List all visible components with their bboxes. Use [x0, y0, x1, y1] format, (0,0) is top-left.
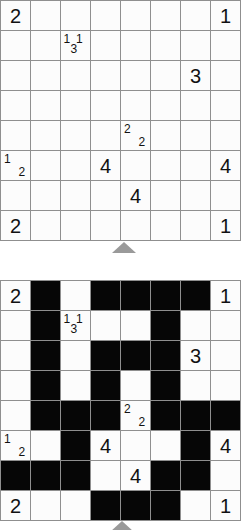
clue-number: 2: [10, 496, 21, 516]
puzzle-cell-r6c7[interactable]: [181, 151, 211, 181]
solution-cell-r3c5: [121, 341, 151, 371]
puzzle-cell-r3c7[interactable]: 3: [181, 61, 211, 91]
clue-number: 4: [220, 156, 231, 176]
puzzle-cell-r1c3[interactable]: [61, 1, 91, 31]
solution-cell-r8c6: [151, 491, 181, 521]
puzzle-cell-r1c6[interactable]: [151, 1, 181, 31]
puzzle-cell-r2c4[interactable]: [91, 31, 121, 61]
tapa-solution-grid: 211133221244421: [0, 280, 241, 521]
clue-number: 4: [100, 156, 111, 176]
puzzle-cell-r7c4[interactable]: [91, 181, 121, 211]
clue-number: 4: [100, 436, 111, 456]
solution-cell-r1c1: 2: [1, 281, 31, 311]
solution-cell-r4c5: [121, 371, 151, 401]
solution-cell-r1c5: [121, 281, 151, 311]
solution-cell-r6c1: 12: [1, 431, 31, 461]
solution-cell-r4c6: [151, 371, 181, 401]
clue-number: 1: [4, 433, 11, 445]
puzzle-cell-r1c4[interactable]: [91, 1, 121, 31]
solution-cell-r4c7: [181, 371, 211, 401]
puzzle-cell-r2c6[interactable]: [151, 31, 181, 61]
puzzle-cell-r1c5[interactable]: [121, 1, 151, 31]
solution-cell-r6c2: [31, 431, 61, 461]
solution-cell-r8c8: 1: [211, 491, 241, 521]
puzzle-cell-r5c3[interactable]: [61, 121, 91, 151]
solution-cell-r4c3: [61, 371, 91, 401]
clue-number: 2: [139, 136, 146, 148]
solution-cell-r6c4: 4: [91, 431, 121, 461]
puzzle-cell-r7c8[interactable]: [211, 181, 241, 211]
solution-cell-r8c3: [61, 491, 91, 521]
puzzle-cell-r7c3[interactable]: [61, 181, 91, 211]
solution-cell-r2c8: [211, 311, 241, 341]
puzzle-cell-r7c2[interactable]: [31, 181, 61, 211]
solution-cell-r1c4: [91, 281, 121, 311]
solution-cell-r5c6: [151, 401, 181, 431]
solution-cell-r3c4: [91, 341, 121, 371]
clue-number: 2: [139, 416, 146, 428]
puzzle-cell-r2c2[interactable]: [31, 31, 61, 61]
clue-number: 1: [63, 313, 70, 325]
puzzle-cell-r5c8[interactable]: [211, 121, 241, 151]
puzzle-cell-r2c5[interactable]: [121, 31, 151, 61]
puzzle-cell-r1c2[interactable]: [31, 1, 61, 31]
puzzle-cell-r8c4[interactable]: [91, 211, 121, 241]
puzzle-cell-r1c8[interactable]: 1: [211, 1, 241, 31]
puzzle-cell-r3c3[interactable]: [61, 61, 91, 91]
solution-cell-r1c6: [151, 281, 181, 311]
clue-number: 3: [70, 323, 77, 335]
puzzle-cell-r6c1[interactable]: 12: [1, 151, 31, 181]
solution-cell-r7c4: [91, 461, 121, 491]
puzzle-cell-r6c8[interactable]: 4: [211, 151, 241, 181]
puzzle-cell-r2c3[interactable]: 113: [61, 31, 91, 61]
solution-cell-r7c7: [181, 461, 211, 491]
puzzle-cell-r8c2[interactable]: [31, 211, 61, 241]
puzzle-cell-r2c1[interactable]: [1, 31, 31, 61]
puzzle-cell-r4c4[interactable]: [91, 91, 121, 121]
solution-cell-r2c3: 113: [61, 311, 91, 341]
puzzle-cell-r4c7[interactable]: [181, 91, 211, 121]
solution-cell-r7c8: [211, 461, 241, 491]
puzzle-cell-r3c8[interactable]: [211, 61, 241, 91]
puzzle-cell-r5c4[interactable]: [91, 121, 121, 151]
solution-cell-r7c6: [151, 461, 181, 491]
solution-cell-r8c1: 2: [1, 491, 31, 521]
puzzle-cell-r8c3[interactable]: [61, 211, 91, 241]
puzzle-cell-r6c3[interactable]: [61, 151, 91, 181]
puzzle-cell-r1c1[interactable]: 2: [1, 1, 31, 31]
clue-number: 2: [19, 166, 26, 178]
solution-cell-r7c1: [1, 461, 31, 491]
solution-cell-r3c3: [61, 341, 91, 371]
clue-number: 1: [4, 153, 11, 165]
puzzle-cell-r3c1[interactable]: [1, 61, 31, 91]
solution-cell-r2c4: [91, 311, 121, 341]
solution-cell-r2c1: [1, 311, 31, 341]
solution-cell-r8c5: [121, 491, 151, 521]
clue-number: 2: [10, 216, 21, 236]
solution-cell-r6c5: [121, 431, 151, 461]
puzzle-cell-r6c6[interactable]: [151, 151, 181, 181]
puzzle-cell-r8c5[interactable]: [121, 211, 151, 241]
puzzle-cell-r5c6[interactable]: [151, 121, 181, 151]
puzzle-cell-r7c5[interactable]: 4: [121, 181, 151, 211]
clue-number: 2: [19, 446, 26, 458]
puzzle-cell-r8c1[interactable]: 2: [1, 211, 31, 241]
solution-cell-r3c2: [31, 341, 61, 371]
solution-cell-r5c4: [91, 401, 121, 431]
solution-cell-r6c8: 4: [211, 431, 241, 461]
solution-cell-r5c8: [211, 401, 241, 431]
solution-cell-r8c2: [31, 491, 61, 521]
clue-number: 3: [190, 346, 201, 366]
solution-cell-r3c6: [151, 341, 181, 371]
solution-cell-r6c3: [61, 431, 91, 461]
solution-cell-r8c4: [91, 491, 121, 521]
puzzle-cell-r3c2[interactable]: [31, 61, 61, 91]
puzzle-cell-r7c7[interactable]: [181, 181, 211, 211]
solution-cell-r2c5: [121, 311, 151, 341]
solution-cell-r1c2: [31, 281, 61, 311]
solution-cell-r2c2: [31, 311, 61, 341]
solution-cell-r3c8: [211, 341, 241, 371]
clue-number: 1: [63, 33, 70, 45]
solution-cell-r7c3: [61, 461, 91, 491]
clue-number: 3: [190, 66, 201, 86]
clue-number: 1: [220, 216, 231, 236]
puzzle-cell-r6c4[interactable]: 4: [91, 151, 121, 181]
puzzle-cell-r5c2[interactable]: [31, 121, 61, 151]
clue-number: 1: [220, 286, 231, 306]
solution-cell-r5c2: [31, 401, 61, 431]
solution-cell-r3c7: 3: [181, 341, 211, 371]
solution-cell-r4c1: [1, 371, 31, 401]
clue-number: 4: [220, 436, 231, 456]
puzzle-cell-r4c6[interactable]: [151, 91, 181, 121]
solution-cell-r8c7: [181, 491, 211, 521]
clue-number: 2: [10, 286, 21, 306]
puzzle-cell-r4c1[interactable]: [1, 91, 31, 121]
puzzle-cell-r5c7[interactable]: [181, 121, 211, 151]
puzzle-cell-r7c6[interactable]: [151, 181, 181, 211]
solution-cell-r4c8: [211, 371, 241, 401]
puzzle-cell-r1c7[interactable]: [181, 1, 211, 31]
solution-cell-r5c1: [1, 401, 31, 431]
puzzle-cell-r2c7[interactable]: [181, 31, 211, 61]
solution-cell-r5c3: [61, 401, 91, 431]
solution-cell-r5c7: [181, 401, 211, 431]
puzzle-cell-r6c2[interactable]: [31, 151, 61, 181]
tapa-puzzle-grid: 211133221244421: [0, 0, 241, 241]
puzzle-cell-r4c3[interactable]: [61, 91, 91, 121]
puzzle-cell-r7c1[interactable]: [1, 181, 31, 211]
solution-cell-r5c5: 22: [121, 401, 151, 431]
puzzle-cell-r8c7[interactable]: [181, 211, 211, 241]
clue-number: 1: [220, 6, 231, 26]
solution-cell-r6c7: [181, 431, 211, 461]
clue-number: 1: [220, 496, 231, 516]
solution-cell-r6c6: [151, 431, 181, 461]
solution-cell-r1c8: 1: [211, 281, 241, 311]
solution-cell-r3c1: [1, 341, 31, 371]
clue-number: 2: [124, 123, 131, 135]
puzzle-cell-r8c6[interactable]: [151, 211, 181, 241]
puzzle-cell-r8c8[interactable]: 1: [211, 211, 241, 241]
solution-cell-r1c3: [61, 281, 91, 311]
solution-cell-r7c5: 4: [121, 461, 151, 491]
puzzle-cell-r3c6[interactable]: [151, 61, 181, 91]
puzzle-cell-r3c5[interactable]: [121, 61, 151, 91]
puzzle-cell-r4c2[interactable]: [31, 91, 61, 121]
solution-cell-r4c4: [91, 371, 121, 401]
puzzle-cell-r5c1[interactable]: [1, 121, 31, 151]
solution-cell-r7c2: [31, 461, 61, 491]
solution-cell-r2c7: [181, 311, 211, 341]
solution-cell-r2c6: [151, 311, 181, 341]
puzzle-cell-r6c5[interactable]: [121, 151, 151, 181]
puzzle-cell-r5c5[interactable]: 22: [121, 121, 151, 151]
clue-number: 2: [124, 403, 131, 415]
puzzle-cell-r3c4[interactable]: [91, 61, 121, 91]
puzzle-cell-r4c5[interactable]: [121, 91, 151, 121]
clue-number: 4: [130, 186, 141, 206]
solution-cell-r4c2: [31, 371, 61, 401]
triangle-up-icon-bottom[interactable]: [110, 521, 134, 530]
puzzle-cell-r4c8[interactable]: [211, 91, 241, 121]
clue-number: 2: [10, 6, 21, 26]
clue-number: 4: [130, 466, 141, 486]
page: { "game": "Tapa", "puzzle": { "rows": 8,…: [0, 0, 241, 530]
triangle-up-icon-top[interactable]: [112, 242, 136, 253]
solution-cell-r1c7: [181, 281, 211, 311]
clue-number: 3: [70, 43, 77, 55]
puzzle-cell-r2c8[interactable]: [211, 31, 241, 61]
